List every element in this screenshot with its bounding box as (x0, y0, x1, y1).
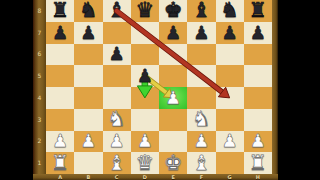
rank-label-1: 1 (33, 160, 46, 166)
square-c8[interactable]: ♝ (103, 0, 131, 22)
square-h1[interactable]: ♜ (244, 152, 272, 174)
piece-black-pawn[interactable]: ♟ (165, 24, 181, 42)
square-f4[interactable] (187, 87, 215, 109)
piece-white-pawn[interactable]: ♟ (193, 132, 209, 150)
square-c1[interactable]: ♝ (103, 152, 131, 174)
square-d5[interactable]: ♟ (131, 65, 159, 87)
piece-white-pawn[interactable]: ♟ (222, 132, 238, 150)
square-h5[interactable] (244, 65, 272, 87)
piece-white-bishop[interactable]: ♝ (192, 153, 211, 174)
square-e4[interactable]: ♟ (159, 87, 187, 109)
square-h2[interactable]: ♟ (244, 131, 272, 153)
square-h8[interactable]: ♜ (244, 0, 272, 22)
file-label-E: E (171, 174, 174, 180)
square-a8[interactable]: ♜ (46, 0, 74, 22)
square-e6[interactable] (159, 44, 187, 66)
square-a6[interactable] (46, 44, 74, 66)
rank-label-6: 6 (33, 51, 46, 57)
square-g8[interactable]: ♞ (216, 0, 244, 22)
board-frame-left: 87654321 (33, 0, 46, 180)
square-d1[interactable]: ♛ (131, 152, 159, 174)
square-c6[interactable]: ♟ (103, 44, 131, 66)
file-label-H: H (256, 174, 260, 180)
file-label-B: B (86, 174, 90, 180)
file-label-A: A (58, 174, 62, 180)
square-g7[interactable]: ♟ (216, 22, 244, 44)
square-b8[interactable]: ♞ (74, 0, 102, 22)
square-f1[interactable]: ♝ (187, 152, 215, 174)
piece-black-bishop[interactable]: ♝ (107, 0, 126, 21)
square-g2[interactable]: ♟ (216, 131, 244, 153)
square-h3[interactable] (244, 109, 272, 131)
rank-label-3: 3 (33, 117, 46, 123)
piece-white-knight[interactable]: ♞ (192, 109, 211, 130)
piece-black-rook[interactable]: ♜ (248, 0, 267, 21)
piece-white-pawn[interactable]: ♟ (109, 132, 125, 150)
chess-board: ♜♞♝♛♚♝♞♜♟♟♟♟♟♟♟♟♟♞♞♟♟♟♟♟♟♟♜♝♛♚♝♜ (46, 0, 272, 174)
square-a4[interactable] (46, 87, 74, 109)
square-b5[interactable] (74, 65, 102, 87)
square-h7[interactable]: ♟ (244, 22, 272, 44)
square-c3[interactable]: ♞ (103, 109, 131, 131)
piece-black-pawn[interactable]: ♟ (222, 24, 238, 42)
square-f3[interactable]: ♞ (187, 109, 215, 131)
square-e7[interactable]: ♟ (159, 22, 187, 44)
piece-black-pawn[interactable]: ♟ (109, 45, 125, 63)
square-d8[interactable]: ♛ (131, 0, 159, 22)
piece-black-king[interactable]: ♚ (164, 0, 183, 21)
square-b4[interactable] (74, 87, 102, 109)
piece-black-pawn[interactable]: ♟ (250, 24, 266, 42)
piece-black-queen[interactable]: ♛ (135, 0, 154, 21)
square-e1[interactable]: ♚ (159, 152, 187, 174)
video-frame: 87654321 ABCDEFGH ♜♞♝♛♚♝♞♜♟♟♟♟♟♟♟♟♟♞♞♟♟♟… (0, 0, 320, 180)
square-g6[interactable] (216, 44, 244, 66)
square-g1[interactable] (216, 152, 244, 174)
square-b3[interactable] (74, 109, 102, 131)
piece-black-pawn[interactable]: ♟ (193, 24, 209, 42)
square-f5[interactable] (187, 65, 215, 87)
board-frame-bottom: ABCDEFGH (33, 174, 278, 180)
piece-black-pawn[interactable]: ♟ (80, 24, 96, 42)
square-a5[interactable] (46, 65, 74, 87)
piece-white-rook[interactable]: ♜ (248, 153, 267, 174)
square-a1[interactable]: ♜ (46, 152, 74, 174)
piece-white-pawn[interactable]: ♟ (52, 132, 68, 150)
piece-white-pawn[interactable]: ♟ (137, 132, 153, 150)
file-label-F: F (200, 174, 203, 180)
file-label-C: C (115, 174, 119, 180)
square-d6[interactable] (131, 44, 159, 66)
square-c4[interactable] (103, 87, 131, 109)
piece-black-pawn[interactable]: ♟ (52, 24, 68, 42)
rank-label-2: 2 (33, 138, 46, 144)
square-a7[interactable]: ♟ (46, 22, 74, 44)
piece-white-pawn[interactable]: ♟ (250, 132, 266, 150)
square-d2[interactable]: ♟ (131, 131, 159, 153)
piece-black-knight[interactable]: ♞ (79, 0, 98, 21)
piece-black-pawn[interactable]: ♟ (137, 67, 153, 85)
square-e8[interactable]: ♚ (159, 0, 187, 22)
board-frame-right (272, 0, 278, 180)
square-a3[interactable] (46, 109, 74, 131)
square-b7[interactable]: ♟ (74, 22, 102, 44)
rank-label-8: 8 (33, 8, 46, 14)
square-c7[interactable] (103, 22, 131, 44)
square-c2[interactable]: ♟ (103, 131, 131, 153)
square-e3[interactable] (159, 109, 187, 131)
square-g5[interactable] (216, 65, 244, 87)
piece-white-pawn[interactable]: ♟ (80, 132, 96, 150)
square-f6[interactable] (187, 44, 215, 66)
square-f7[interactable]: ♟ (187, 22, 215, 44)
square-b2[interactable]: ♟ (74, 131, 102, 153)
piece-white-rook[interactable]: ♜ (51, 153, 70, 174)
square-e5[interactable] (159, 65, 187, 87)
square-g4[interactable] (216, 87, 244, 109)
square-d3[interactable] (131, 109, 159, 131)
rank-label-7: 7 (33, 30, 46, 36)
square-d4[interactable] (131, 87, 159, 109)
piece-white-king[interactable]: ♚ (164, 153, 183, 174)
rank-label-5: 5 (33, 73, 46, 79)
square-g3[interactable] (216, 109, 244, 131)
square-h4[interactable] (244, 87, 272, 109)
square-d7[interactable] (131, 22, 159, 44)
square-h6[interactable] (244, 44, 272, 66)
piece-black-knight[interactable]: ♞ (220, 0, 239, 21)
square-c5[interactable] (103, 65, 131, 87)
file-label-G: G (228, 174, 232, 180)
piece-black-bishop[interactable]: ♝ (192, 0, 211, 21)
square-b1[interactable] (74, 152, 102, 174)
square-b6[interactable] (74, 44, 102, 66)
piece-white-knight[interactable]: ♞ (107, 109, 126, 130)
piece-white-bishop[interactable]: ♝ (107, 153, 126, 174)
rank-label-4: 4 (33, 95, 46, 101)
square-a2[interactable]: ♟ (46, 131, 74, 153)
piece-white-pawn[interactable]: ♟ (165, 89, 181, 107)
square-f2[interactable]: ♟ (187, 131, 215, 153)
square-f8[interactable]: ♝ (187, 0, 215, 22)
square-e2[interactable] (159, 131, 187, 153)
file-label-D: D (143, 174, 147, 180)
piece-black-rook[interactable]: ♜ (51, 0, 70, 21)
piece-white-queen[interactable]: ♛ (135, 153, 154, 174)
